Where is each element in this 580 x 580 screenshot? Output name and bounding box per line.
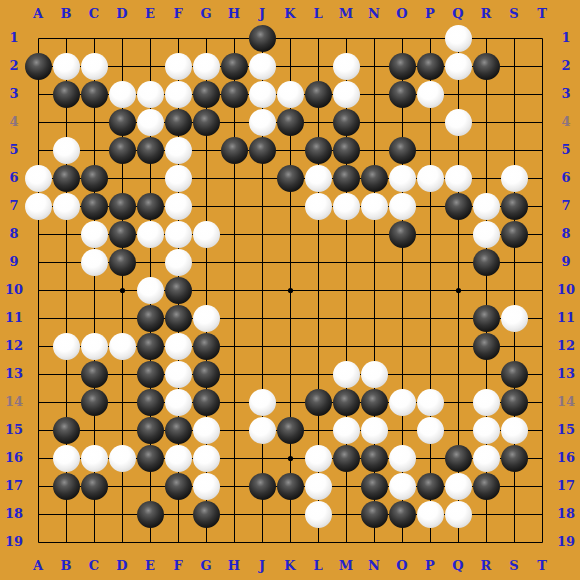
- intersection-R19[interactable]: [472, 528, 500, 556]
- intersection-S9[interactable]: [500, 248, 528, 276]
- intersection-D10[interactable]: [108, 276, 136, 304]
- intersection-L14[interactable]: [304, 388, 332, 416]
- intersection-D6[interactable]: [108, 164, 136, 192]
- intersection-O3[interactable]: [388, 80, 416, 108]
- intersection-B17[interactable]: [52, 472, 80, 500]
- intersection-S4[interactable]: [500, 108, 528, 136]
- intersection-N5[interactable]: [360, 136, 388, 164]
- intersection-O14[interactable]: [388, 388, 416, 416]
- intersection-D5[interactable]: [108, 136, 136, 164]
- intersection-D11[interactable]: [108, 304, 136, 332]
- intersection-Q8[interactable]: [444, 220, 472, 248]
- intersection-E12[interactable]: [136, 332, 164, 360]
- intersection-F14[interactable]: [164, 388, 192, 416]
- intersection-F16[interactable]: [164, 444, 192, 472]
- intersection-K18[interactable]: [276, 500, 304, 528]
- intersection-J11[interactable]: [248, 304, 276, 332]
- intersection-R15[interactable]: [472, 416, 500, 444]
- intersection-C2[interactable]: [80, 52, 108, 80]
- intersection-A19[interactable]: [24, 528, 52, 556]
- intersection-P4[interactable]: [416, 108, 444, 136]
- intersection-N11[interactable]: [360, 304, 388, 332]
- intersection-P2[interactable]: [416, 52, 444, 80]
- intersection-B15[interactable]: [52, 416, 80, 444]
- intersection-T18[interactable]: [528, 500, 556, 528]
- intersection-L3[interactable]: [304, 80, 332, 108]
- intersection-C16[interactable]: [80, 444, 108, 472]
- intersection-E14[interactable]: [136, 388, 164, 416]
- intersection-R1[interactable]: [472, 24, 500, 52]
- intersection-E2[interactable]: [136, 52, 164, 80]
- intersection-D16[interactable]: [108, 444, 136, 472]
- intersection-R12[interactable]: [472, 332, 500, 360]
- intersection-F17[interactable]: [164, 472, 192, 500]
- intersection-K2[interactable]: [276, 52, 304, 80]
- intersection-C4[interactable]: [80, 108, 108, 136]
- intersection-O6[interactable]: [388, 164, 416, 192]
- intersection-F7[interactable]: [164, 192, 192, 220]
- intersection-L12[interactable]: [304, 332, 332, 360]
- intersection-G8[interactable]: [192, 220, 220, 248]
- intersection-M4[interactable]: [332, 108, 360, 136]
- intersection-J7[interactable]: [248, 192, 276, 220]
- intersection-Q6[interactable]: [444, 164, 472, 192]
- intersection-H17[interactable]: [220, 472, 248, 500]
- intersection-S2[interactable]: [500, 52, 528, 80]
- intersection-B10[interactable]: [52, 276, 80, 304]
- intersection-H16[interactable]: [220, 444, 248, 472]
- intersection-M11[interactable]: [332, 304, 360, 332]
- intersection-N6[interactable]: [360, 164, 388, 192]
- intersection-G2[interactable]: [192, 52, 220, 80]
- intersection-H10[interactable]: [220, 276, 248, 304]
- intersection-A5[interactable]: [24, 136, 52, 164]
- intersection-H3[interactable]: [220, 80, 248, 108]
- intersection-T2[interactable]: [528, 52, 556, 80]
- intersection-O2[interactable]: [388, 52, 416, 80]
- intersection-Q11[interactable]: [444, 304, 472, 332]
- intersection-O11[interactable]: [388, 304, 416, 332]
- intersection-L18[interactable]: [304, 500, 332, 528]
- intersection-Q10[interactable]: [444, 276, 472, 304]
- intersection-H18[interactable]: [220, 500, 248, 528]
- intersection-H5[interactable]: [220, 136, 248, 164]
- intersection-G18[interactable]: [192, 500, 220, 528]
- intersection-O17[interactable]: [388, 472, 416, 500]
- intersection-P1[interactable]: [416, 24, 444, 52]
- intersection-N9[interactable]: [360, 248, 388, 276]
- intersection-L7[interactable]: [304, 192, 332, 220]
- intersection-K6[interactable]: [276, 164, 304, 192]
- intersection-F5[interactable]: [164, 136, 192, 164]
- intersection-R3[interactable]: [472, 80, 500, 108]
- intersection-A17[interactable]: [24, 472, 52, 500]
- intersection-S17[interactable]: [500, 472, 528, 500]
- intersection-Q3[interactable]: [444, 80, 472, 108]
- intersection-M9[interactable]: [332, 248, 360, 276]
- intersection-O15[interactable]: [388, 416, 416, 444]
- intersection-E19[interactable]: [136, 528, 164, 556]
- intersection-A15[interactable]: [24, 416, 52, 444]
- intersection-F12[interactable]: [164, 332, 192, 360]
- intersection-S5[interactable]: [500, 136, 528, 164]
- intersection-L6[interactable]: [304, 164, 332, 192]
- intersection-K14[interactable]: [276, 388, 304, 416]
- intersection-T4[interactable]: [528, 108, 556, 136]
- intersection-R4[interactable]: [472, 108, 500, 136]
- intersection-R18[interactable]: [472, 500, 500, 528]
- intersection-M5[interactable]: [332, 136, 360, 164]
- intersection-O19[interactable]: [388, 528, 416, 556]
- intersection-T3[interactable]: [528, 80, 556, 108]
- intersection-M16[interactable]: [332, 444, 360, 472]
- intersection-G17[interactable]: [192, 472, 220, 500]
- intersection-C9[interactable]: [80, 248, 108, 276]
- intersection-D7[interactable]: [108, 192, 136, 220]
- intersection-P8[interactable]: [416, 220, 444, 248]
- intersection-K9[interactable]: [276, 248, 304, 276]
- intersection-K17[interactable]: [276, 472, 304, 500]
- intersection-N19[interactable]: [360, 528, 388, 556]
- intersection-H9[interactable]: [220, 248, 248, 276]
- intersection-K8[interactable]: [276, 220, 304, 248]
- intersection-N15[interactable]: [360, 416, 388, 444]
- intersection-K19[interactable]: [276, 528, 304, 556]
- intersection-D3[interactable]: [108, 80, 136, 108]
- intersection-M1[interactable]: [332, 24, 360, 52]
- intersection-H8[interactable]: [220, 220, 248, 248]
- intersection-G11[interactable]: [192, 304, 220, 332]
- intersection-B14[interactable]: [52, 388, 80, 416]
- intersection-O13[interactable]: [388, 360, 416, 388]
- intersection-S6[interactable]: [500, 164, 528, 192]
- intersection-M7[interactable]: [332, 192, 360, 220]
- intersection-J8[interactable]: [248, 220, 276, 248]
- intersection-J6[interactable]: [248, 164, 276, 192]
- intersection-G7[interactable]: [192, 192, 220, 220]
- intersection-F8[interactable]: [164, 220, 192, 248]
- intersection-G12[interactable]: [192, 332, 220, 360]
- intersection-H7[interactable]: [220, 192, 248, 220]
- intersection-F2[interactable]: [164, 52, 192, 80]
- intersection-P14[interactable]: [416, 388, 444, 416]
- intersection-E16[interactable]: [136, 444, 164, 472]
- intersection-B3[interactable]: [52, 80, 80, 108]
- intersection-Q5[interactable]: [444, 136, 472, 164]
- intersection-N17[interactable]: [360, 472, 388, 500]
- intersection-C14[interactable]: [80, 388, 108, 416]
- intersection-D18[interactable]: [108, 500, 136, 528]
- intersection-Q12[interactable]: [444, 332, 472, 360]
- intersection-B5[interactable]: [52, 136, 80, 164]
- intersection-D15[interactable]: [108, 416, 136, 444]
- intersection-S12[interactable]: [500, 332, 528, 360]
- intersection-A6[interactable]: [24, 164, 52, 192]
- intersection-F10[interactable]: [164, 276, 192, 304]
- intersection-M2[interactable]: [332, 52, 360, 80]
- intersection-K11[interactable]: [276, 304, 304, 332]
- intersection-M18[interactable]: [332, 500, 360, 528]
- intersection-D14[interactable]: [108, 388, 136, 416]
- intersection-G16[interactable]: [192, 444, 220, 472]
- intersection-A13[interactable]: [24, 360, 52, 388]
- intersection-G10[interactable]: [192, 276, 220, 304]
- intersection-C13[interactable]: [80, 360, 108, 388]
- intersection-N8[interactable]: [360, 220, 388, 248]
- intersection-E17[interactable]: [136, 472, 164, 500]
- intersection-K15[interactable]: [276, 416, 304, 444]
- intersection-A9[interactable]: [24, 248, 52, 276]
- intersection-H13[interactable]: [220, 360, 248, 388]
- intersection-D19[interactable]: [108, 528, 136, 556]
- intersection-E15[interactable]: [136, 416, 164, 444]
- intersection-K16[interactable]: [276, 444, 304, 472]
- intersection-D4[interactable]: [108, 108, 136, 136]
- intersection-C11[interactable]: [80, 304, 108, 332]
- intersection-B12[interactable]: [52, 332, 80, 360]
- intersection-E1[interactable]: [136, 24, 164, 52]
- intersection-G1[interactable]: [192, 24, 220, 52]
- intersection-Q9[interactable]: [444, 248, 472, 276]
- intersection-N4[interactable]: [360, 108, 388, 136]
- intersection-Q4[interactable]: [444, 108, 472, 136]
- intersection-G6[interactable]: [192, 164, 220, 192]
- intersection-N18[interactable]: [360, 500, 388, 528]
- intersection-L4[interactable]: [304, 108, 332, 136]
- intersection-D2[interactable]: [108, 52, 136, 80]
- intersection-B18[interactable]: [52, 500, 80, 528]
- intersection-B11[interactable]: [52, 304, 80, 332]
- intersection-S1[interactable]: [500, 24, 528, 52]
- intersection-B13[interactable]: [52, 360, 80, 388]
- intersection-J4[interactable]: [248, 108, 276, 136]
- intersection-E13[interactable]: [136, 360, 164, 388]
- intersection-F1[interactable]: [164, 24, 192, 52]
- intersection-O5[interactable]: [388, 136, 416, 164]
- intersection-R7[interactable]: [472, 192, 500, 220]
- intersection-A3[interactable]: [24, 80, 52, 108]
- intersection-A8[interactable]: [24, 220, 52, 248]
- intersection-T1[interactable]: [528, 24, 556, 52]
- intersection-S13[interactable]: [500, 360, 528, 388]
- intersection-K5[interactable]: [276, 136, 304, 164]
- intersection-O8[interactable]: [388, 220, 416, 248]
- intersection-B1[interactable]: [52, 24, 80, 52]
- intersection-P11[interactable]: [416, 304, 444, 332]
- intersection-J16[interactable]: [248, 444, 276, 472]
- intersection-L5[interactable]: [304, 136, 332, 164]
- intersection-S16[interactable]: [500, 444, 528, 472]
- intersection-J10[interactable]: [248, 276, 276, 304]
- intersection-T8[interactable]: [528, 220, 556, 248]
- intersection-M14[interactable]: [332, 388, 360, 416]
- intersection-S11[interactable]: [500, 304, 528, 332]
- intersection-C12[interactable]: [80, 332, 108, 360]
- intersection-G3[interactable]: [192, 80, 220, 108]
- intersection-Q13[interactable]: [444, 360, 472, 388]
- intersection-H15[interactable]: [220, 416, 248, 444]
- intersection-K1[interactable]: [276, 24, 304, 52]
- intersection-F3[interactable]: [164, 80, 192, 108]
- intersection-H14[interactable]: [220, 388, 248, 416]
- intersection-P6[interactable]: [416, 164, 444, 192]
- intersection-E6[interactable]: [136, 164, 164, 192]
- intersection-B4[interactable]: [52, 108, 80, 136]
- intersection-M17[interactable]: [332, 472, 360, 500]
- intersection-H2[interactable]: [220, 52, 248, 80]
- intersection-J13[interactable]: [248, 360, 276, 388]
- intersection-B19[interactable]: [52, 528, 80, 556]
- intersection-C7[interactable]: [80, 192, 108, 220]
- intersection-P15[interactable]: [416, 416, 444, 444]
- intersection-P5[interactable]: [416, 136, 444, 164]
- intersection-O10[interactable]: [388, 276, 416, 304]
- intersection-N12[interactable]: [360, 332, 388, 360]
- intersection-S18[interactable]: [500, 500, 528, 528]
- intersection-S8[interactable]: [500, 220, 528, 248]
- intersection-C15[interactable]: [80, 416, 108, 444]
- intersection-N14[interactable]: [360, 388, 388, 416]
- intersection-K12[interactable]: [276, 332, 304, 360]
- intersection-S10[interactable]: [500, 276, 528, 304]
- intersection-M6[interactable]: [332, 164, 360, 192]
- intersection-A4[interactable]: [24, 108, 52, 136]
- intersection-B2[interactable]: [52, 52, 80, 80]
- intersection-R8[interactable]: [472, 220, 500, 248]
- intersection-B9[interactable]: [52, 248, 80, 276]
- intersection-R2[interactable]: [472, 52, 500, 80]
- intersection-T7[interactable]: [528, 192, 556, 220]
- intersection-O4[interactable]: [388, 108, 416, 136]
- intersection-E18[interactable]: [136, 500, 164, 528]
- intersection-K10[interactable]: [276, 276, 304, 304]
- intersection-Q1[interactable]: [444, 24, 472, 52]
- intersection-L10[interactable]: [304, 276, 332, 304]
- intersection-L11[interactable]: [304, 304, 332, 332]
- intersection-L16[interactable]: [304, 444, 332, 472]
- intersection-O12[interactable]: [388, 332, 416, 360]
- intersection-C10[interactable]: [80, 276, 108, 304]
- intersection-G13[interactable]: [192, 360, 220, 388]
- intersection-C6[interactable]: [80, 164, 108, 192]
- intersection-T17[interactable]: [528, 472, 556, 500]
- intersection-E9[interactable]: [136, 248, 164, 276]
- intersection-T19[interactable]: [528, 528, 556, 556]
- intersection-R16[interactable]: [472, 444, 500, 472]
- intersection-H19[interactable]: [220, 528, 248, 556]
- intersection-K7[interactable]: [276, 192, 304, 220]
- intersection-J14[interactable]: [248, 388, 276, 416]
- intersection-T12[interactable]: [528, 332, 556, 360]
- intersection-M15[interactable]: [332, 416, 360, 444]
- intersection-P9[interactable]: [416, 248, 444, 276]
- intersection-F18[interactable]: [164, 500, 192, 528]
- intersection-L9[interactable]: [304, 248, 332, 276]
- intersection-N3[interactable]: [360, 80, 388, 108]
- intersection-E11[interactable]: [136, 304, 164, 332]
- intersection-J19[interactable]: [248, 528, 276, 556]
- intersection-J17[interactable]: [248, 472, 276, 500]
- intersection-G4[interactable]: [192, 108, 220, 136]
- intersection-P19[interactable]: [416, 528, 444, 556]
- intersection-M12[interactable]: [332, 332, 360, 360]
- intersection-B16[interactable]: [52, 444, 80, 472]
- intersection-N2[interactable]: [360, 52, 388, 80]
- intersection-T14[interactable]: [528, 388, 556, 416]
- intersection-T9[interactable]: [528, 248, 556, 276]
- intersection-R5[interactable]: [472, 136, 500, 164]
- intersection-D13[interactable]: [108, 360, 136, 388]
- intersection-E10[interactable]: [136, 276, 164, 304]
- intersection-Q18[interactable]: [444, 500, 472, 528]
- intersection-D1[interactable]: [108, 24, 136, 52]
- intersection-B7[interactable]: [52, 192, 80, 220]
- intersection-O16[interactable]: [388, 444, 416, 472]
- intersection-R10[interactable]: [472, 276, 500, 304]
- intersection-C17[interactable]: [80, 472, 108, 500]
- intersection-A10[interactable]: [24, 276, 52, 304]
- intersection-D17[interactable]: [108, 472, 136, 500]
- intersection-B8[interactable]: [52, 220, 80, 248]
- intersection-L13[interactable]: [304, 360, 332, 388]
- intersection-T16[interactable]: [528, 444, 556, 472]
- intersection-C18[interactable]: [80, 500, 108, 528]
- intersection-M13[interactable]: [332, 360, 360, 388]
- intersection-L2[interactable]: [304, 52, 332, 80]
- intersection-L17[interactable]: [304, 472, 332, 500]
- intersection-F11[interactable]: [164, 304, 192, 332]
- intersection-C5[interactable]: [80, 136, 108, 164]
- intersection-N16[interactable]: [360, 444, 388, 472]
- intersection-C8[interactable]: [80, 220, 108, 248]
- intersection-L8[interactable]: [304, 220, 332, 248]
- intersection-T6[interactable]: [528, 164, 556, 192]
- intersection-F15[interactable]: [164, 416, 192, 444]
- intersection-M19[interactable]: [332, 528, 360, 556]
- intersection-O1[interactable]: [388, 24, 416, 52]
- intersection-J18[interactable]: [248, 500, 276, 528]
- intersection-Q19[interactable]: [444, 528, 472, 556]
- intersection-K4[interactable]: [276, 108, 304, 136]
- intersection-L15[interactable]: [304, 416, 332, 444]
- intersection-J1[interactable]: [248, 24, 276, 52]
- intersection-Q16[interactable]: [444, 444, 472, 472]
- intersection-P10[interactable]: [416, 276, 444, 304]
- intersection-S14[interactable]: [500, 388, 528, 416]
- intersection-G15[interactable]: [192, 416, 220, 444]
- intersection-M3[interactable]: [332, 80, 360, 108]
- intersection-S19[interactable]: [500, 528, 528, 556]
- intersection-P18[interactable]: [416, 500, 444, 528]
- intersection-R11[interactable]: [472, 304, 500, 332]
- intersection-T10[interactable]: [528, 276, 556, 304]
- intersection-P16[interactable]: [416, 444, 444, 472]
- intersection-T11[interactable]: [528, 304, 556, 332]
- intersection-K13[interactable]: [276, 360, 304, 388]
- intersection-D12[interactable]: [108, 332, 136, 360]
- intersection-P12[interactable]: [416, 332, 444, 360]
- intersection-E3[interactable]: [136, 80, 164, 108]
- intersection-T13[interactable]: [528, 360, 556, 388]
- intersection-H6[interactable]: [220, 164, 248, 192]
- intersection-Q7[interactable]: [444, 192, 472, 220]
- intersection-H11[interactable]: [220, 304, 248, 332]
- intersection-C3[interactable]: [80, 80, 108, 108]
- intersection-L19[interactable]: [304, 528, 332, 556]
- intersection-G5[interactable]: [192, 136, 220, 164]
- intersection-B6[interactable]: [52, 164, 80, 192]
- intersection-R17[interactable]: [472, 472, 500, 500]
